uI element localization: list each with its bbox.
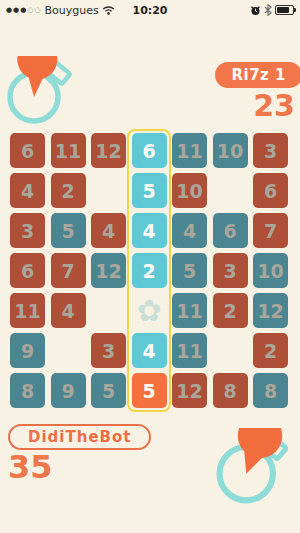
status-bar: ●●●○○ Bouygues 10:20 [0, 0, 300, 20]
empty-cell [91, 293, 126, 328]
empty-cell [213, 173, 248, 208]
battery-icon [275, 5, 294, 15]
wifi-icon [102, 5, 115, 15]
bluetooth-icon [264, 4, 272, 16]
tile-teal[interactable]: 9 [10, 333, 45, 368]
tile-cyan[interactable]: 2 [132, 253, 167, 288]
tile-teal[interactable]: 12 [253, 293, 288, 328]
tile-teal[interactable]: 5 [91, 373, 126, 408]
tile-active[interactable]: 5 [132, 373, 167, 408]
tile-teal[interactable]: 8 [253, 373, 288, 408]
player-name: DidiTheBot [28, 428, 131, 446]
tile-rust[interactable]: 12 [91, 133, 126, 168]
tile-teal[interactable]: 12 [91, 253, 126, 288]
carrier-label: Bouygues [45, 4, 99, 17]
opponent-timer-stopwatch-icon [5, 56, 77, 126]
tile-rust[interactable]: 4 [10, 173, 45, 208]
player-timer-stopwatch-icon [214, 428, 294, 506]
tile-rust[interactable]: 2 [253, 333, 288, 368]
tile-rust[interactable]: 6 [253, 173, 288, 208]
tile-cyan[interactable]: 5 [132, 173, 167, 208]
tile-rust[interactable]: 4 [91, 213, 126, 248]
opponent-name-badge: Ri7z 1 [215, 62, 300, 88]
tile-teal[interactable]: 6 [213, 213, 248, 248]
tile-rust[interactable]: 3 [253, 133, 288, 168]
empty-cell [51, 333, 86, 368]
tile-rust[interactable]: 3 [10, 213, 45, 248]
tile-teal[interactable]: 5 [172, 253, 207, 288]
tile-teal[interactable]: 11 [172, 293, 207, 328]
game-grid[interactable]: 611126111034251063544467671225310114✿112… [10, 133, 288, 408]
tile-rust[interactable]: 11 [51, 133, 86, 168]
tile-teal[interactable]: 8 [10, 373, 45, 408]
tile-teal[interactable]: 10 [213, 133, 248, 168]
tile-rust[interactable]: 2 [51, 173, 86, 208]
tile-teal[interactable]: 5 [51, 213, 86, 248]
status-right [250, 4, 294, 16]
tile-rust[interactable]: 10 [172, 173, 207, 208]
opponent-score: 23 [253, 88, 295, 123]
empty-cell [91, 173, 126, 208]
tile-rust[interactable]: 3 [91, 333, 126, 368]
tile-cyan[interactable]: 4 [132, 333, 167, 368]
tile-teal[interactable]: 11 [172, 133, 207, 168]
tile-teal[interactable]: 9 [51, 373, 86, 408]
status-left: ●●●○○ Bouygues [6, 4, 115, 17]
tile-rust[interactable]: 7 [51, 253, 86, 288]
opponent-name: Ri7z 1 [231, 66, 286, 84]
tile-rust[interactable]: 2 [213, 293, 248, 328]
tile-rust[interactable]: 11 [10, 293, 45, 328]
tile-cyan[interactable]: 4 [132, 213, 167, 248]
tile-teal[interactable]: 11 [172, 333, 207, 368]
tile-rust[interactable]: 6 [10, 253, 45, 288]
tile-rust[interactable]: 4 [51, 293, 86, 328]
alarm-icon [250, 5, 261, 16]
tile-rust[interactable]: 12 [172, 373, 207, 408]
tile-rust[interactable]: 6 [10, 133, 45, 168]
tile-rust[interactable]: 7 [253, 213, 288, 248]
tile-teal[interactable]: 4 [172, 213, 207, 248]
empty-cell [213, 333, 248, 368]
flower-mark: ✿ [132, 293, 167, 328]
signal-strength-icon: ●●●○○ [6, 6, 42, 14]
tile-teal[interactable]: 10 [253, 253, 288, 288]
tile-cyan[interactable]: 6 [132, 133, 167, 168]
player-name-badge: DidiTheBot [8, 424, 151, 450]
player-score: 35 [8, 448, 53, 486]
tile-rust[interactable]: 3 [213, 253, 248, 288]
tile-rust[interactable]: 8 [213, 373, 248, 408]
